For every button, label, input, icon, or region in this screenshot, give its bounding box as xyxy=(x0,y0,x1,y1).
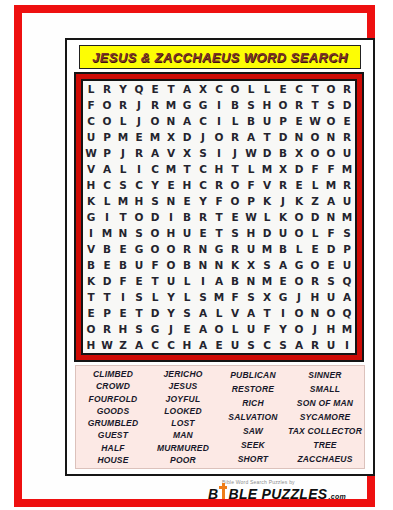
grid-cell: Y xyxy=(163,305,179,321)
grid-cell: X xyxy=(259,289,275,305)
word-item: SYCAMORE xyxy=(300,412,351,422)
grid-cell: R xyxy=(99,81,115,97)
grid-cell: X xyxy=(291,145,307,161)
word-item: SINNER xyxy=(308,370,341,380)
word-item: CLIMBED xyxy=(93,369,133,379)
grid-cell: C xyxy=(195,177,211,193)
grid-cell: S xyxy=(243,97,259,113)
grid-cell: L xyxy=(179,289,195,305)
grid-cell: E xyxy=(131,273,147,289)
grid-cell: O xyxy=(99,113,115,129)
grid-cell: U xyxy=(339,145,355,161)
grid-cell: R xyxy=(339,177,355,193)
grid-cell: E xyxy=(339,113,355,129)
grid-cell: N xyxy=(307,305,323,321)
grid-cell: R xyxy=(147,97,163,113)
grid-cell: R xyxy=(115,97,131,113)
grid-cell: L xyxy=(227,321,243,337)
grid-cell: N xyxy=(195,257,211,273)
grid-cell: T xyxy=(83,289,99,305)
grid-cell: D xyxy=(307,209,323,225)
word-search-grid-red-border: LRYQETAXCOLLECTORFORJRMGGIBSHORTSDCOLJON… xyxy=(76,74,362,360)
grid-cell: L xyxy=(259,209,275,225)
grid-cell: M xyxy=(99,225,115,241)
grid-cell: P xyxy=(99,129,115,145)
grid-cell: M xyxy=(147,129,163,145)
grid-cell: B xyxy=(243,113,259,129)
grid-cell: S xyxy=(115,177,131,193)
grid-cell: O xyxy=(291,321,307,337)
word-item: LOST xyxy=(171,418,194,428)
grid-cell: T xyxy=(99,289,115,305)
grid-cell: F xyxy=(259,321,275,337)
grid-cell: F xyxy=(307,161,323,177)
word-item: GRUMBLED xyxy=(88,418,139,428)
grid-cell: T xyxy=(147,273,163,289)
puzzle-title: JESUS & ZACCHAEUS WORD SEARCH xyxy=(92,50,348,65)
grid-cell: F xyxy=(115,273,131,289)
grid-cell: I xyxy=(211,97,227,113)
grid-cell: F xyxy=(323,225,339,241)
grid-cell: B xyxy=(83,257,99,273)
grid-cell: B xyxy=(115,257,131,273)
grid-cell: G xyxy=(211,241,227,257)
grid-cell: U xyxy=(179,225,195,241)
word-list-column: SINNERSMALLSON OF MANSYCAMORETAX COLLECT… xyxy=(288,368,362,466)
grid-cell: O xyxy=(275,97,291,113)
grid-cell: S xyxy=(275,337,291,353)
grid-cell: C xyxy=(131,177,147,193)
title-bar: JESUS & ZACCHAEUS WORD SEARCH xyxy=(79,45,361,69)
grid-cell: S xyxy=(339,225,355,241)
grid-cell: U xyxy=(163,273,179,289)
grid-cell: A xyxy=(243,305,259,321)
grid-cell: O xyxy=(291,225,307,241)
grid-cell: F xyxy=(83,97,99,113)
grid-cell: L xyxy=(227,113,243,129)
grid-cell: I xyxy=(131,161,147,177)
grid-cell: E xyxy=(115,241,131,257)
grid-cell: C xyxy=(291,81,307,97)
grid-cell: L xyxy=(291,241,307,257)
grid-cell: G xyxy=(179,97,195,113)
grid-cell: Y xyxy=(195,193,211,209)
grid-cell: W xyxy=(99,337,115,353)
grid-cell: E xyxy=(227,209,243,225)
word-search-grid: LRYQETAXCOLLECTORFORJRMGGIBSHORTSDCOLJON… xyxy=(83,81,355,353)
grid-cell: I xyxy=(83,225,99,241)
grid-cell: B xyxy=(179,257,195,273)
grid-cell: S xyxy=(131,289,147,305)
grid-cell: E xyxy=(115,305,131,321)
grid-cell: C xyxy=(195,113,211,129)
grid-cell: I xyxy=(339,337,355,353)
grid-cell: C xyxy=(99,177,115,193)
grid-cell: O xyxy=(291,273,307,289)
grid-cell: E xyxy=(291,113,307,129)
word-item: JERICHO xyxy=(163,369,202,379)
grid-cell: L xyxy=(259,81,275,97)
grid-cell: M xyxy=(259,161,275,177)
grid-cell: G xyxy=(147,321,163,337)
grid-cell: J xyxy=(131,113,147,129)
word-item: CROWD xyxy=(96,381,130,391)
grid-cell: V xyxy=(259,177,275,193)
word-item: GUEST xyxy=(98,430,128,440)
grid-cell: T xyxy=(211,225,227,241)
word-list-column: JERICHOJESUSJOYFULLOOKEDLOSTMANMURMUREDP… xyxy=(148,368,218,466)
grid-cell: A xyxy=(99,161,115,177)
grid-cell: J xyxy=(115,145,131,161)
grid-cell: M xyxy=(115,129,131,145)
grid-cell: E xyxy=(323,257,339,273)
grid-cell: L xyxy=(307,177,323,193)
grid-cell: K xyxy=(275,209,291,225)
grid-cell: R xyxy=(307,337,323,353)
grid-cell: X xyxy=(243,257,259,273)
word-item: SMALL xyxy=(310,384,340,394)
grid-cell: T xyxy=(211,209,227,225)
grid-cell: F xyxy=(243,177,259,193)
grid-cell: G xyxy=(195,97,211,113)
grid-cell: E xyxy=(179,321,195,337)
grid-cell: X xyxy=(195,81,211,97)
grid-cell: L xyxy=(243,161,259,177)
grid-cell: J xyxy=(195,129,211,145)
grid-cell: R xyxy=(131,145,147,161)
grid-cell: L xyxy=(147,289,163,305)
word-item: RICH xyxy=(242,398,264,408)
grid-cell: D xyxy=(147,209,163,225)
grid-cell: Y xyxy=(147,177,163,193)
grid-cell: H xyxy=(179,337,195,353)
word-search-grid-outer-border: LRYQETAXCOLLECTORFORJRMGGIBSHORTSDCOLJON… xyxy=(74,72,364,362)
footer-logo: Bible Word Search Puzzles by BBLE PUZZLE… xyxy=(208,479,346,502)
grid-cell: O xyxy=(147,113,163,129)
grid-cell: V xyxy=(227,305,243,321)
grid-cell: L xyxy=(243,81,259,97)
grid-cell: F xyxy=(211,193,227,209)
grid-cell: B xyxy=(99,241,115,257)
grid-cell: O xyxy=(227,177,243,193)
grid-cell: Q xyxy=(339,305,355,321)
grid-cell: I xyxy=(163,209,179,225)
grid-cell: V xyxy=(83,241,99,257)
grid-cell: N xyxy=(163,113,179,129)
grid-cell: A xyxy=(179,81,195,97)
grid-cell: C xyxy=(195,161,211,177)
grid-cell: O xyxy=(211,129,227,145)
grid-cell: R xyxy=(339,81,355,97)
grid-cell: L xyxy=(99,193,115,209)
grid-cell: U xyxy=(131,257,147,273)
grid-cell: O xyxy=(291,209,307,225)
grid-cell: T xyxy=(163,81,179,97)
grid-cell: H xyxy=(131,193,147,209)
grid-cell: R xyxy=(291,97,307,113)
brand-text: BBLE PUZZLES.com xyxy=(208,486,346,502)
grid-cell: U xyxy=(243,241,259,257)
grid-cell: T xyxy=(131,305,147,321)
grid-cell: X xyxy=(275,161,291,177)
word-list-column: PUBLICANRESTORERICHSALVATIONSAWSEEKSHORT xyxy=(218,368,288,466)
word-item: TAX COLLECTOR xyxy=(288,426,362,436)
grid-cell: H xyxy=(163,225,179,241)
grid-cell: I xyxy=(211,145,227,161)
grid-cell: U xyxy=(339,257,355,273)
grid-cell: K xyxy=(259,193,275,209)
word-item: PUBLICAN xyxy=(230,370,276,380)
grid-cell: P xyxy=(99,305,115,321)
grid-cell: O xyxy=(291,305,307,321)
grid-cell: Y xyxy=(115,81,131,97)
grid-cell: T xyxy=(307,97,323,113)
grid-cell: C xyxy=(147,337,163,353)
word-item: JESUS xyxy=(169,381,198,391)
grid-cell: R xyxy=(307,273,323,289)
grid-cell: D xyxy=(291,161,307,177)
grid-cell: G xyxy=(131,241,147,257)
grid-cell: A xyxy=(195,337,211,353)
grid-cell: O xyxy=(147,225,163,241)
grid-cell: D xyxy=(259,225,275,241)
grid-cell: S xyxy=(323,97,339,113)
grid-cell: B xyxy=(275,145,291,161)
grid-cell: X xyxy=(179,145,195,161)
grid-cell: E xyxy=(147,81,163,97)
grid-cell: O xyxy=(147,241,163,257)
grid-cell: N xyxy=(291,129,307,145)
word-search-grid-inner-border: LRYQETAXCOLLECTORFORJRMGGIBSHORTSDCOLJON… xyxy=(81,79,357,355)
grid-cell: M xyxy=(259,273,275,289)
brand-letter-b: B xyxy=(208,486,218,502)
grid-cell: K xyxy=(83,193,99,209)
grid-cell: U xyxy=(83,129,99,145)
grid-cell: H xyxy=(211,161,227,177)
grid-cell: I xyxy=(275,305,291,321)
grid-cell: A xyxy=(323,193,339,209)
grid-cell: E xyxy=(275,273,291,289)
grid-cell: H xyxy=(83,337,99,353)
grid-cell: S xyxy=(179,305,195,321)
grid-cell: O xyxy=(307,257,323,273)
brand-suffix: .com xyxy=(328,493,346,500)
puzzle-content-box: JESUS & ZACCHAEUS WORD SEARCH LRYQETAXCO… xyxy=(65,38,375,476)
grid-cell: R xyxy=(227,241,243,257)
grid-cell: C xyxy=(163,337,179,353)
grid-cell: A xyxy=(195,321,211,337)
grid-cell: N xyxy=(323,129,339,145)
grid-cell: N xyxy=(243,273,259,289)
grid-cell: E xyxy=(163,177,179,193)
grid-cell: W xyxy=(307,113,323,129)
grid-cell: O xyxy=(83,321,99,337)
grid-cell: U xyxy=(339,193,355,209)
grid-cell: P xyxy=(99,145,115,161)
grid-cell: B xyxy=(227,273,243,289)
grid-cell: D xyxy=(323,241,339,257)
grid-cell: Z xyxy=(115,337,131,353)
grid-cell: F xyxy=(323,161,339,177)
grid-cell: O xyxy=(323,113,339,129)
grid-cell: P xyxy=(275,113,291,129)
grid-cell: W xyxy=(243,209,259,225)
word-item: SON OF MAN xyxy=(297,398,353,408)
grid-cell: H xyxy=(83,177,99,193)
grid-cell: I xyxy=(211,113,227,129)
grid-cell: T xyxy=(259,305,275,321)
grid-cell: R xyxy=(211,177,227,193)
grid-cell: C xyxy=(259,337,275,353)
grid-cell: L xyxy=(115,113,131,129)
grid-cell: A xyxy=(131,337,147,353)
grid-cell: J xyxy=(163,321,179,337)
grid-cell: G xyxy=(291,257,307,273)
grid-cell: G xyxy=(275,289,291,305)
grid-cell: L xyxy=(179,273,195,289)
grid-cell: D xyxy=(99,273,115,289)
grid-cell: F xyxy=(147,257,163,273)
grid-cell: M xyxy=(339,321,355,337)
grid-cell: H xyxy=(307,289,323,305)
word-item: JOYFUL xyxy=(166,394,201,404)
grid-cell: E xyxy=(83,305,99,321)
grid-cell: Y xyxy=(163,289,179,305)
grid-cell: S xyxy=(227,225,243,241)
grid-cell: O xyxy=(227,81,243,97)
grid-cell: H xyxy=(115,321,131,337)
word-item: MURMURED xyxy=(157,443,209,453)
grid-cell: S xyxy=(195,289,211,305)
grid-cell: M xyxy=(259,241,275,257)
grid-cell: R xyxy=(179,241,195,257)
grid-cell: W xyxy=(243,145,259,161)
grid-cell: D xyxy=(339,97,355,113)
grid-cell: G xyxy=(83,209,99,225)
grid-cell: S xyxy=(131,225,147,241)
grid-cell: O xyxy=(99,97,115,113)
grid-cell: U xyxy=(323,289,339,305)
grid-cell: K xyxy=(291,193,307,209)
cross-icon xyxy=(219,487,227,499)
grid-cell: E xyxy=(99,257,115,273)
grid-cell: H xyxy=(259,97,275,113)
grid-cell: O xyxy=(323,305,339,321)
grid-cell: S xyxy=(131,321,147,337)
grid-cell: U xyxy=(275,225,291,241)
grid-cell: S xyxy=(195,145,211,161)
word-item: HALF xyxy=(101,443,124,453)
grid-cell: M xyxy=(163,97,179,113)
grid-cell: O xyxy=(211,321,227,337)
grid-cell: W xyxy=(83,145,99,161)
grid-cell: M xyxy=(115,193,131,209)
grid-cell: M xyxy=(163,161,179,177)
grid-cell: K xyxy=(83,273,99,289)
grid-cell: M xyxy=(339,209,355,225)
grid-cell: M xyxy=(211,289,227,305)
grid-cell: U xyxy=(323,337,339,353)
grid-cell: U xyxy=(243,321,259,337)
grid-cell: A xyxy=(179,113,195,129)
grid-cell: O xyxy=(323,145,339,161)
grid-cell: S xyxy=(259,257,275,273)
grid-cell: S xyxy=(243,289,259,305)
word-item: HOUSE xyxy=(97,455,128,465)
brand-rest: BLE PUZZLES xyxy=(228,486,327,502)
grid-cell: C xyxy=(211,81,227,97)
grid-cell: O xyxy=(131,209,147,225)
grid-cell: D xyxy=(275,129,291,145)
grid-cell: N xyxy=(211,257,227,273)
grid-cell: T xyxy=(179,161,195,177)
grid-cell: Y xyxy=(275,321,291,337)
grid-cell: X xyxy=(163,129,179,145)
grid-cell: O xyxy=(323,81,339,97)
grid-cell: A xyxy=(243,129,259,145)
grid-cell: C xyxy=(83,113,99,129)
grid-cell: E xyxy=(131,129,147,145)
grid-cell: R xyxy=(227,129,243,145)
grid-cell: A xyxy=(211,273,227,289)
grid-cell: B xyxy=(227,97,243,113)
grid-cell: A xyxy=(291,337,307,353)
grid-cell: R xyxy=(195,209,211,225)
grid-cell: H xyxy=(243,225,259,241)
grid-cell: I xyxy=(195,273,211,289)
grid-cell: O xyxy=(163,241,179,257)
grid-cell: J xyxy=(131,97,147,113)
grid-cell: R xyxy=(99,321,115,337)
grid-cell: Q xyxy=(131,81,147,97)
outer-red-frame: JESUS & ZACCHAEUS WORD SEARCH LRYQETAXCO… xyxy=(14,5,375,507)
grid-cell: E xyxy=(179,193,195,209)
grid-cell: L xyxy=(115,161,131,177)
grid-cell: M xyxy=(339,161,355,177)
grid-cell: T xyxy=(307,81,323,97)
grid-cell: T xyxy=(259,129,275,145)
grid-cell: S xyxy=(243,337,259,353)
grid-cell: J xyxy=(291,289,307,305)
grid-cell: Q xyxy=(339,273,355,289)
grid-cell: B xyxy=(275,241,291,257)
grid-cell: U xyxy=(259,113,275,129)
grid-cell: B xyxy=(179,209,195,225)
word-item: GOODS xyxy=(97,406,130,416)
grid-cell: A xyxy=(339,289,355,305)
grid-cell: F xyxy=(227,289,243,305)
grid-cell: E xyxy=(275,81,291,97)
grid-cell: M xyxy=(323,177,339,193)
grid-cell: R xyxy=(339,129,355,145)
grid-cell: C xyxy=(147,161,163,177)
grid-cell: O xyxy=(307,129,323,145)
word-item: TREE xyxy=(313,440,336,450)
grid-cell: V xyxy=(83,161,99,177)
grid-cell: H xyxy=(323,321,339,337)
grid-cell: N xyxy=(323,209,339,225)
word-item: SALVATION xyxy=(228,412,277,422)
grid-cell: A xyxy=(275,257,291,273)
grid-cell: V xyxy=(163,145,179,161)
grid-cell: D xyxy=(179,129,195,145)
grid-cell: I xyxy=(99,209,115,225)
grid-cell: I xyxy=(115,289,131,305)
grid-cell: N xyxy=(195,241,211,257)
word-item: POOR xyxy=(170,455,196,465)
grid-cell: J xyxy=(275,193,291,209)
grid-cell: T xyxy=(227,161,243,177)
